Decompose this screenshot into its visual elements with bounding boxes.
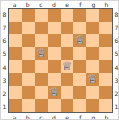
square-b1[interactable] [22,99,35,112]
white-queen-e4[interactable]: ♛♕ [61,60,73,73]
rank-labels-right: 87654321 [113,8,119,113]
square-f4[interactable] [73,60,86,73]
chess-diagram: abcdefgh 87654321 ♛♕♛♕♛♕♛♕♛♕ 87654321 ab… [0,0,119,120]
file-label-a: a [8,1,21,8]
square-f3[interactable] [73,73,86,86]
rank-label-3: 3 [1,74,8,87]
square-b2[interactable] [22,86,35,99]
square-a6[interactable] [9,34,22,47]
square-h6[interactable] [99,34,112,47]
rank-label-5: 5 [1,47,8,60]
rank-label-3: 3 [113,74,119,87]
square-a5[interactable] [9,47,22,60]
piece-outline: ♕ [35,47,47,60]
square-a4[interactable] [9,60,22,73]
chess-board: ♛♕♛♕♛♕♛♕♛♕ [8,8,113,113]
square-a8[interactable] [9,9,22,22]
rank-label-2: 2 [113,87,119,100]
file-label-c: c [34,1,47,8]
square-g3[interactable]: ♛♕ [86,73,99,86]
piece-outline: ♕ [48,86,60,99]
square-c1[interactable] [35,99,48,112]
file-label-f: f [74,113,87,120]
rank-label-2: 2 [1,87,8,100]
square-d1[interactable] [48,99,61,112]
file-label-d: d [47,113,60,120]
white-queen-f6[interactable]: ♛♕ [74,34,86,47]
square-f5[interactable] [73,47,86,60]
square-h5[interactable] [99,47,112,60]
rank-label-1: 1 [113,100,119,113]
square-f2[interactable] [73,86,86,99]
square-a3[interactable] [9,73,22,86]
file-label-c: c [34,113,47,120]
rank-label-6: 6 [113,34,119,47]
square-b3[interactable] [22,73,35,86]
white-queen-g3[interactable]: ♛♕ [87,73,99,86]
rank-label-8: 8 [113,8,119,21]
square-h2[interactable] [99,86,112,99]
square-c8[interactable] [35,9,48,22]
square-d4[interactable] [48,60,61,73]
file-label-h: h [100,1,113,8]
square-b4[interactable] [22,60,35,73]
square-h4[interactable] [99,60,112,73]
file-label-d: d [47,1,60,8]
square-h3[interactable] [99,73,112,86]
file-label-g: g [87,113,100,120]
square-b8[interactable] [22,9,35,22]
rank-labels-left: 87654321 [1,8,8,113]
white-queen-c5[interactable]: ♛♕ [35,47,47,60]
file-label-a: a [8,113,21,120]
piece-outline: ♕ [61,60,73,73]
piece-outline: ♕ [74,34,86,47]
file-label-b: b [21,113,34,120]
rank-label-4: 4 [113,61,119,74]
square-h7[interactable] [99,22,112,35]
rank-label-1: 1 [1,100,8,113]
file-label-b: b [21,1,34,8]
square-f8[interactable] [73,9,86,22]
file-labels-top: abcdefgh [8,1,113,8]
square-g1[interactable] [86,99,99,112]
square-c3[interactable] [35,73,48,86]
file-label-h: h [100,113,113,120]
square-d6[interactable] [48,34,61,47]
square-a1[interactable] [9,99,22,112]
rank-label-7: 7 [1,21,8,34]
square-h8[interactable] [99,9,112,22]
square-h1[interactable] [99,99,112,112]
square-g5[interactable] [86,47,99,60]
square-g6[interactable] [86,34,99,47]
square-d7[interactable] [48,22,61,35]
square-b5[interactable] [22,47,35,60]
square-e8[interactable] [61,9,74,22]
rank-label-8: 8 [1,8,8,21]
square-e6[interactable] [61,34,74,47]
square-g7[interactable] [86,22,99,35]
square-c4[interactable] [35,60,48,73]
file-label-e: e [61,113,74,120]
square-a7[interactable] [9,22,22,35]
square-c5[interactable]: ♛♕ [35,47,48,60]
square-b6[interactable] [22,34,35,47]
square-e2[interactable] [61,86,74,99]
square-e4[interactable]: ♛♕ [61,60,74,73]
square-g8[interactable] [86,9,99,22]
square-d5[interactable] [48,47,61,60]
square-e1[interactable] [61,99,74,112]
square-g2[interactable] [86,86,99,99]
rank-label-6: 6 [1,34,8,47]
rank-label-4: 4 [1,61,8,74]
square-f1[interactable] [73,99,86,112]
rank-label-7: 7 [113,21,119,34]
square-f6[interactable]: ♛♕ [73,34,86,47]
square-c2[interactable] [35,86,48,99]
rank-label-5: 5 [113,47,119,60]
square-d2[interactable]: ♛♕ [48,86,61,99]
square-b7[interactable] [22,22,35,35]
square-e7[interactable] [61,22,74,35]
file-label-e: e [61,1,74,8]
square-c7[interactable] [35,22,48,35]
piece-outline: ♕ [87,73,99,86]
file-label-f: f [74,1,87,8]
square-a2[interactable] [9,86,22,99]
file-labels-bottom: abcdefgh [8,113,113,120]
file-label-g: g [87,1,100,8]
white-queen-d2[interactable]: ♛♕ [48,86,60,99]
square-e3[interactable] [61,73,74,86]
square-d8[interactable] [48,9,61,22]
